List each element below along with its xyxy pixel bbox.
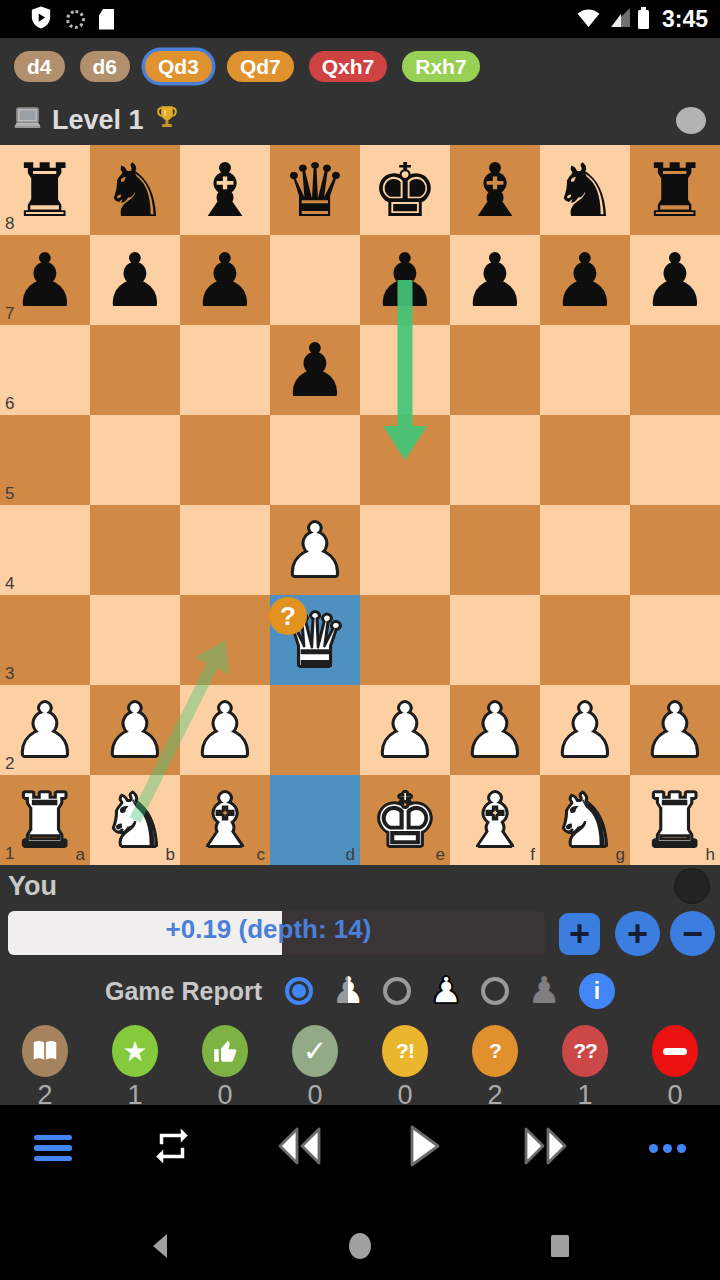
game-report-label: Game Report: [105, 977, 262, 1006]
mistake-badge-icon[interactable]: ?: [472, 1025, 518, 1077]
evaluation-text: +0.19 (depth: 14): [0, 907, 537, 951]
square-b3[interactable]: [90, 595, 180, 685]
move-chip-Qd7[interactable]: Qd7: [227, 51, 294, 82]
square-f3[interactable]: [450, 595, 540, 685]
black-knight-g8: ♞: [552, 145, 618, 235]
square-g7[interactable]: ♟: [540, 235, 630, 325]
square-a1[interactable]: ♜1a: [0, 775, 90, 865]
white-pawn-e2: ♟: [372, 685, 438, 775]
filter-both-radio[interactable]: [285, 977, 313, 1005]
square-a8[interactable]: ♜8: [0, 145, 90, 235]
square-e1[interactable]: ♚e: [360, 775, 450, 865]
square-c8[interactable]: ♝: [180, 145, 270, 235]
file-label-a: a: [76, 845, 85, 865]
increase-button[interactable]: +: [615, 911, 660, 956]
filter-white-radio[interactable]: [383, 977, 411, 1005]
black-bishop-f8: ♝: [462, 145, 528, 235]
white-rook-a1: ♜: [12, 775, 78, 865]
black-pawn-e7: ♟: [372, 235, 438, 325]
fast-forward-icon[interactable]: [519, 1125, 573, 1171]
file-label-h: h: [706, 845, 715, 865]
black-pawn-f7: ♟: [462, 235, 528, 325]
square-g3[interactable]: [540, 595, 630, 685]
black-bishop-c8: ♝: [192, 145, 258, 235]
move-annotation-badge: ?: [269, 597, 307, 635]
square-c7[interactable]: ♟: [180, 235, 270, 325]
white-pawn-a2: ♟: [12, 685, 78, 775]
square-b5[interactable]: [90, 415, 180, 505]
menu-icon[interactable]: [34, 1135, 72, 1162]
file-label-f: f: [530, 845, 535, 865]
square-d2[interactable]: [270, 685, 360, 775]
rank-label-5: 5: [5, 484, 14, 504]
losing-badge-icon[interactable]: [652, 1025, 698, 1077]
both-colors-pawn-icon[interactable]: ♟♟: [330, 971, 366, 1011]
more-options-icon[interactable]: [649, 1144, 686, 1153]
play-icon[interactable]: [403, 1123, 443, 1173]
square-b2[interactable]: ♟: [90, 685, 180, 775]
level-header: Level 1: [0, 95, 720, 145]
info-icon[interactable]: i: [579, 973, 615, 1009]
nav-home-icon[interactable]: [347, 1231, 373, 1265]
white-pawn-d4: ♟: [282, 505, 348, 595]
black-pawn-c7: ♟: [192, 235, 258, 325]
square-g1[interactable]: ♞g: [540, 775, 630, 865]
move-chip-Qxh7[interactable]: Qxh7: [309, 51, 388, 82]
evaluation-row: +0.19 (depth: 14) + + −: [0, 907, 720, 959]
excellent-badge-icon[interactable]: ★: [112, 1025, 158, 1077]
wifi-icon: [576, 7, 601, 32]
square-e3[interactable]: [360, 595, 450, 685]
quality-ok: ✓0: [270, 1025, 360, 1111]
move-chip-d6[interactable]: d6: [80, 51, 131, 82]
move-quality-row: 2★10✓0?!0?2??10: [0, 1023, 720, 1105]
black-pawn-b7: ♟: [102, 235, 168, 325]
square-a7[interactable]: ♟7: [0, 235, 90, 325]
square-f1[interactable]: ♝f: [450, 775, 540, 865]
square-e5[interactable]: [360, 415, 450, 505]
status-bar: 3:45: [0, 0, 720, 38]
file-label-c: c: [257, 845, 266, 865]
add-engine-line-button[interactable]: +: [559, 913, 600, 955]
white-rook-h1: ♜: [642, 775, 708, 865]
square-f6[interactable]: [450, 325, 540, 415]
black-pawn-a7: ♟: [12, 235, 78, 325]
quality-excellent: ★1: [90, 1025, 180, 1111]
square-a3[interactable]: 3: [0, 595, 90, 685]
quality-blunder: ??1: [540, 1025, 630, 1111]
nav-recents-icon[interactable]: [550, 1234, 570, 1262]
square-f5[interactable]: [450, 415, 540, 505]
square-g5[interactable]: [540, 415, 630, 505]
square-h2[interactable]: ♟: [630, 685, 720, 775]
sd-card-icon: [99, 9, 114, 30]
square-e2[interactable]: ♟: [360, 685, 450, 775]
rank-label-7: 7: [5, 304, 14, 324]
black-pawn-h7: ♟: [642, 235, 708, 325]
inaccuracy-badge-icon[interactable]: ?!: [382, 1025, 428, 1077]
rewind-icon[interactable]: [272, 1125, 326, 1171]
quality-losing: 0: [630, 1025, 720, 1111]
square-g2[interactable]: ♟: [540, 685, 630, 775]
square-b4[interactable]: [90, 505, 180, 595]
ok-badge-icon[interactable]: ✓: [292, 1025, 338, 1077]
square-h8[interactable]: ♜: [630, 145, 720, 235]
player-status-circle: [674, 868, 710, 904]
move-chip-d4[interactable]: d4: [14, 51, 65, 82]
white-bishop-f1: ♝: [462, 775, 528, 865]
white-bishop-c1: ♝: [192, 775, 258, 865]
square-c1[interactable]: ♝c: [180, 775, 270, 865]
level-status-circle: [676, 107, 706, 134]
cell-signal-icon: [608, 7, 631, 32]
clock-time: 3:45: [662, 6, 708, 33]
square-f7[interactable]: ♟: [450, 235, 540, 325]
white-pawn-icon[interactable]: ♟: [428, 971, 464, 1011]
square-b7[interactable]: ♟: [90, 235, 180, 325]
square-b8[interactable]: ♞: [90, 145, 180, 235]
footer: [0, 1105, 720, 1280]
square-h3[interactable]: [630, 595, 720, 685]
black-pawn-d6: ♟: [282, 325, 348, 415]
square-f8[interactable]: ♝: [450, 145, 540, 235]
trophy-icon: [153, 103, 181, 137]
rank-label-4: 4: [5, 574, 14, 594]
square-a6[interactable]: 6: [0, 325, 90, 415]
square-a2[interactable]: ♟2: [0, 685, 90, 775]
square-g6[interactable]: [540, 325, 630, 415]
square-e4[interactable]: [360, 505, 450, 595]
move-chip-Qd3[interactable]: Qd3: [145, 51, 212, 82]
square-c6[interactable]: [180, 325, 270, 415]
black-queen-d8: ♛: [282, 145, 348, 235]
move-chip-row: d4d6Qd3Qd7Qxh7Rxh7: [0, 38, 720, 95]
square-h5[interactable]: [630, 415, 720, 505]
rank-label-2: 2: [5, 754, 14, 774]
square-d6[interactable]: ♟: [270, 325, 360, 415]
square-h4[interactable]: [630, 505, 720, 595]
white-pawn-b2: ♟: [102, 685, 168, 775]
square-d5[interactable]: [270, 415, 360, 505]
square-e8[interactable]: ♚: [360, 145, 450, 235]
square-h1[interactable]: ♜h: [630, 775, 720, 865]
square-a4[interactable]: 4: [0, 505, 90, 595]
nav-back-icon[interactable]: [150, 1232, 170, 1264]
quality-good: 0: [180, 1025, 270, 1111]
black-rook-a8: ♜: [12, 145, 78, 235]
black-pawn-g7: ♟: [552, 235, 618, 325]
square-h7[interactable]: ♟: [630, 235, 720, 325]
level-title: Level 1: [52, 105, 144, 136]
square-d7[interactable]: [270, 235, 360, 325]
square-g8[interactable]: ♞: [540, 145, 630, 235]
square-f2[interactable]: ♟: [450, 685, 540, 775]
square-a5[interactable]: 5: [0, 415, 90, 505]
book-badge-icon[interactable]: [22, 1025, 68, 1077]
quality-book: 2: [0, 1025, 90, 1111]
rank-label-3: 3: [5, 664, 14, 684]
repeat-icon[interactable]: [148, 1125, 196, 1171]
toolbar: [0, 1105, 720, 1191]
square-d4[interactable]: ♟: [270, 505, 360, 595]
square-h6[interactable]: [630, 325, 720, 415]
black-rook-h8: ♜: [642, 145, 708, 235]
black-knight-b8: ♞: [102, 145, 168, 235]
square-e7[interactable]: ♟: [360, 235, 450, 325]
white-knight-g1: ♞: [552, 775, 618, 865]
decrease-button[interactable]: −: [670, 911, 715, 956]
player-row: You: [0, 865, 720, 907]
white-pawn-h2: ♟: [642, 685, 708, 775]
square-c5[interactable]: [180, 415, 270, 505]
square-b1[interactable]: ♞b: [90, 775, 180, 865]
filter-black-radio[interactable]: [481, 977, 509, 1005]
move-chip-Rxh7[interactable]: Rxh7: [402, 51, 479, 82]
square-c4[interactable]: [180, 505, 270, 595]
sync-spinner-icon: [66, 10, 85, 29]
square-c3[interactable]: [180, 595, 270, 685]
white-pawn-c2: ♟: [192, 685, 258, 775]
white-king-e1: ♚: [372, 775, 438, 865]
white-knight-b1: ♞: [102, 775, 168, 865]
square-b6[interactable]: [90, 325, 180, 415]
battery-icon: [638, 10, 649, 29]
rank-label-6: 6: [5, 394, 14, 414]
white-pawn-f2: ♟: [462, 685, 528, 775]
square-f4[interactable]: [450, 505, 540, 595]
file-label-e: e: [436, 845, 445, 865]
game-report-row: Game Report ♟♟ ♟ ♟ i: [0, 959, 720, 1023]
play-protect-shield-icon: [30, 5, 52, 34]
square-g4[interactable]: [540, 505, 630, 595]
square-c2[interactable]: ♟: [180, 685, 270, 775]
black-pawn-icon[interactable]: ♟: [526, 971, 562, 1011]
quality-inaccuracy: ?!0: [360, 1025, 450, 1111]
square-e6[interactable]: [360, 325, 450, 415]
white-pawn-g2: ♟: [552, 685, 618, 775]
rank-label-1: 1: [5, 844, 14, 864]
square-d8[interactable]: ♛: [270, 145, 360, 235]
good-badge-icon[interactable]: [202, 1025, 248, 1077]
rank-label-8: 8: [5, 214, 14, 234]
chess-board[interactable]: ♜8♞♝♛♚♝♞♜♟7♟♟♟♟♟♟6♟54♟3♛♟2♟♟♟♟♟♟♜1a♞b♝cd…: [0, 145, 720, 865]
blunder-badge-icon[interactable]: ??: [562, 1025, 608, 1077]
android-nav-bar: [0, 1216, 720, 1280]
file-label-b: b: [166, 845, 175, 865]
black-king-e8: ♚: [372, 145, 438, 235]
player-name: You: [8, 871, 57, 902]
file-label-g: g: [616, 845, 625, 865]
file-label-d: d: [346, 845, 355, 865]
square-d1[interactable]: d: [270, 775, 360, 865]
quality-mistake: ?2: [450, 1025, 540, 1111]
computer-icon: [12, 105, 43, 136]
